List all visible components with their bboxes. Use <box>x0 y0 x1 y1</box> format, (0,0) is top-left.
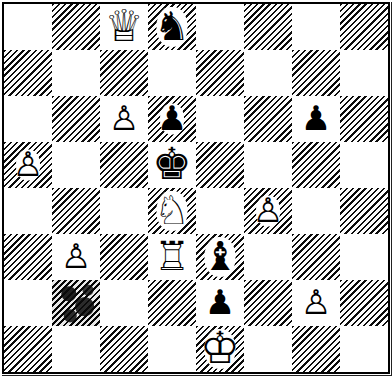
black-bishop-e3: ♝ <box>202 236 238 276</box>
square-d3[interactable]: ♖ <box>148 234 196 280</box>
square-b4[interactable] <box>52 188 100 234</box>
square-g1[interactable] <box>292 326 340 372</box>
square-c1[interactable] <box>100 326 148 372</box>
square-e1[interactable]: ♔ <box>196 326 244 372</box>
white-king-e1: ♔ <box>200 326 239 370</box>
square-g5[interactable] <box>292 142 340 188</box>
square-h4[interactable] <box>340 188 388 234</box>
square-f6[interactable] <box>244 96 292 142</box>
square-c6[interactable]: ♙ <box>100 96 148 142</box>
square-a4[interactable] <box>4 188 52 234</box>
square-e4[interactable] <box>196 188 244 234</box>
square-b8[interactable] <box>52 4 100 50</box>
square-a2[interactable] <box>4 280 52 326</box>
black-pawn-g6: ♟ <box>301 101 331 135</box>
square-d1[interactable] <box>148 326 196 372</box>
square-b1[interactable] <box>52 326 100 372</box>
black-knight-d8: ♞ <box>154 6 190 46</box>
chess-diagram: ♕♞♙♟♟♙♚♘♙♙♖♝♟♙♔ <box>0 0 392 376</box>
square-a7[interactable] <box>4 50 52 96</box>
square-a8[interactable] <box>4 4 52 50</box>
square-f4[interactable]: ♙ <box>244 188 292 234</box>
square-d5[interactable]: ♚ <box>148 142 196 188</box>
square-b3[interactable]: ♙ <box>52 234 100 280</box>
square-h7[interactable] <box>340 50 388 96</box>
square-c5[interactable] <box>100 142 148 188</box>
square-b5[interactable] <box>52 142 100 188</box>
square-h5[interactable] <box>340 142 388 188</box>
square-e5[interactable] <box>196 142 244 188</box>
square-b2[interactable] <box>52 280 100 326</box>
square-c2[interactable] <box>100 280 148 326</box>
white-pawn-f4: ♙ <box>253 193 283 227</box>
square-a1[interactable] <box>4 326 52 372</box>
square-h8[interactable] <box>340 4 388 50</box>
white-pawn-b3: ♙ <box>61 239 91 273</box>
square-e3[interactable]: ♝ <box>196 234 244 280</box>
square-f8[interactable] <box>244 4 292 50</box>
square-c7[interactable] <box>100 50 148 96</box>
square-c8[interactable]: ♕ <box>100 4 148 50</box>
square-e7[interactable] <box>196 50 244 96</box>
square-d8[interactable]: ♞ <box>148 4 196 50</box>
square-a3[interactable] <box>4 234 52 280</box>
square-g4[interactable] <box>292 188 340 234</box>
square-h3[interactable] <box>340 234 388 280</box>
square-b6[interactable] <box>52 96 100 142</box>
square-e8[interactable] <box>196 4 244 50</box>
square-g2[interactable]: ♙ <box>292 280 340 326</box>
white-pawn-g2: ♙ <box>301 285 331 319</box>
square-g7[interactable] <box>292 50 340 96</box>
chess-board: ♕♞♙♟♟♙♚♘♙♙♖♝♟♙♔ <box>4 4 388 372</box>
square-e2[interactable]: ♟ <box>196 280 244 326</box>
square-a6[interactable] <box>4 96 52 142</box>
white-pawn-c6: ♙ <box>109 101 139 135</box>
square-h1[interactable] <box>340 326 388 372</box>
white-queen-c8: ♕ <box>104 4 143 48</box>
square-g6[interactable]: ♟ <box>292 96 340 142</box>
square-f5[interactable] <box>244 142 292 188</box>
square-g8[interactable] <box>292 4 340 50</box>
black-pawn-d6: ♟ <box>157 101 187 135</box>
black-pawn-e2: ♟ <box>205 285 235 319</box>
board-frame: ♕♞♙♟♟♙♚♘♙♙♖♝♟♙♔ <box>2 2 390 374</box>
white-knight-d4: ♘ <box>154 190 190 230</box>
square-e6[interactable] <box>196 96 244 142</box>
square-f3[interactable] <box>244 234 292 280</box>
square-f2[interactable] <box>244 280 292 326</box>
square-d6[interactable]: ♟ <box>148 96 196 142</box>
white-pawn-a5: ♙ <box>13 147 43 181</box>
square-d4[interactable]: ♘ <box>148 188 196 234</box>
square-f1[interactable] <box>244 326 292 372</box>
square-g3[interactable] <box>292 234 340 280</box>
white-rook-d3: ♖ <box>154 236 190 276</box>
square-a5[interactable]: ♙ <box>4 142 52 188</box>
square-d7[interactable] <box>148 50 196 96</box>
square-d2[interactable] <box>148 280 196 326</box>
square-h6[interactable] <box>340 96 388 142</box>
square-c3[interactable] <box>100 234 148 280</box>
square-f7[interactable] <box>244 50 292 96</box>
square-b7[interactable] <box>52 50 100 96</box>
square-c4[interactable] <box>100 188 148 234</box>
square-h2[interactable] <box>340 280 388 326</box>
black-king-d5: ♚ <box>152 142 191 186</box>
